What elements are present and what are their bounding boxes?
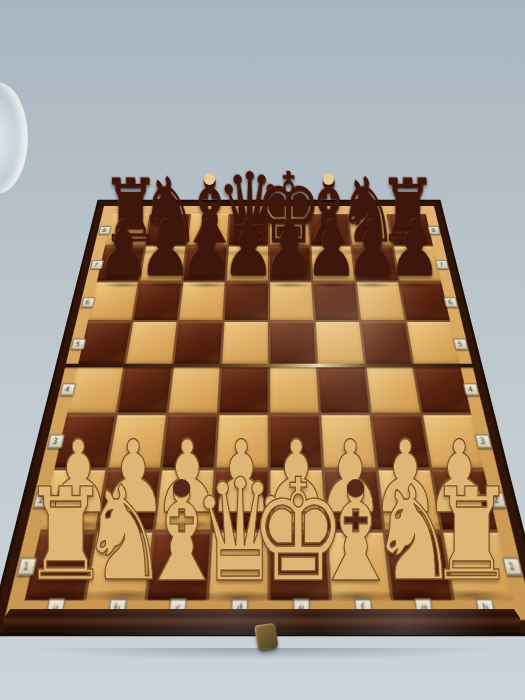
square-e5[interactable] (270, 322, 316, 364)
board-hinge-seam (65, 364, 473, 368)
rank-label-left-5: 5 (70, 338, 86, 349)
photo-scene: abcdefgh8877665544332211 ♜♞♝♛♚♝♞♜♟♟♟♟♟♟♟… (0, 0, 525, 700)
square-f5[interactable] (315, 322, 364, 364)
square-g5[interactable] (361, 322, 412, 364)
rank-label-right-6: 6 (443, 297, 458, 307)
square-h4[interactable] (414, 366, 471, 413)
square-d5[interactable] (222, 322, 268, 364)
board-shadow (30, 648, 498, 660)
square-b5[interactable] (126, 322, 177, 364)
square-b4[interactable] (118, 366, 172, 413)
rank-label-left-6: 6 (80, 297, 95, 307)
piece-black-pawn-h7[interactable]: ♟ (385, 211, 443, 288)
rank-label-left-4: 4 (59, 384, 76, 397)
square-h5[interactable] (406, 322, 459, 364)
square-f4[interactable] (318, 366, 369, 413)
square-c4[interactable] (169, 366, 220, 413)
square-a4[interactable] (67, 366, 124, 413)
square-c5[interactable] (174, 322, 223, 364)
square-a5[interactable] (78, 322, 131, 364)
square-e4[interactable] (270, 366, 319, 413)
bishop-top-disc (323, 173, 335, 185)
piece-white-rook-h1[interactable]: ♜ (424, 472, 521, 600)
rank-label-right-5: 5 (452, 338, 468, 349)
square-g4[interactable] (366, 366, 420, 413)
glass-object (0, 82, 28, 194)
square-d4[interactable] (219, 366, 268, 413)
rank-label-right-4: 4 (462, 384, 479, 397)
bishop-top-disc (347, 479, 364, 497)
